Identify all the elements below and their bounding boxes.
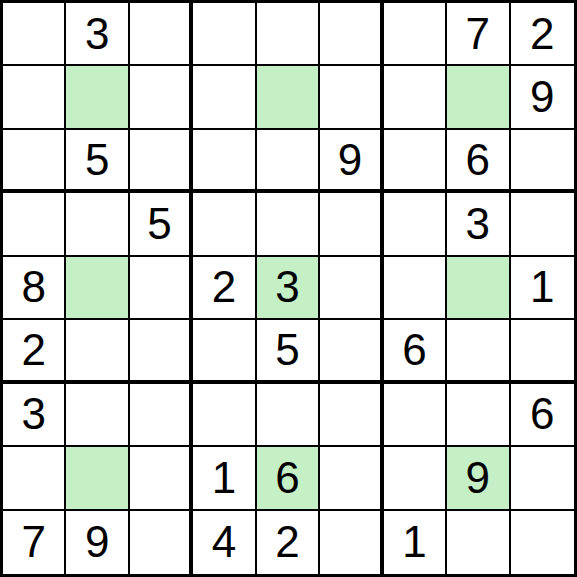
cell-r5c3[interactable] [130,257,193,320]
cell-r6c9[interactable] [511,320,574,383]
cell-r6c5[interactable]: 5 [257,320,320,383]
cell-r7c5[interactable] [257,384,320,447]
cell-r7c7[interactable] [384,384,447,447]
cell-r3c4[interactable] [193,130,256,193]
cell-r2c4[interactable] [193,66,256,129]
cell-r4c5[interactable] [257,193,320,256]
cell-r7c1[interactable]: 3 [3,384,66,447]
cell-r2c3[interactable] [130,66,193,129]
cell-r2c5[interactable] [257,66,320,129]
cell-r1c4[interactable] [193,3,256,66]
cell-r4c6[interactable] [320,193,383,256]
cell-r1c5[interactable] [257,3,320,66]
cell-r5c6[interactable] [320,257,383,320]
cell-r5c7[interactable] [384,257,447,320]
cell-r5c5[interactable]: 3 [257,257,320,320]
cell-r5c1[interactable]: 8 [3,257,66,320]
cell-r7c3[interactable] [130,384,193,447]
cell-r7c9[interactable]: 6 [511,384,574,447]
cell-r4c2[interactable] [66,193,129,256]
cell-r4c8[interactable]: 3 [447,193,510,256]
cell-r7c2[interactable] [66,384,129,447]
sudoku-page: 37295965382312563616979421 [0,0,577,577]
cell-r9c8[interactable] [447,511,510,574]
cell-r7c4[interactable] [193,384,256,447]
cell-r5c9[interactable]: 1 [511,257,574,320]
cell-r3c3[interactable] [130,130,193,193]
cell-r2c8[interactable] [447,66,510,129]
cell-r3c7[interactable] [384,130,447,193]
cell-r3c2[interactable]: 5 [66,130,129,193]
cell-r3c5[interactable] [257,130,320,193]
cell-r5c8[interactable] [447,257,510,320]
cell-r5c4[interactable]: 2 [193,257,256,320]
cell-r8c6[interactable] [320,447,383,510]
cell-r8c7[interactable] [384,447,447,510]
cell-r7c6[interactable] [320,384,383,447]
cell-r3c6[interactable]: 9 [320,130,383,193]
cell-r3c1[interactable] [3,130,66,193]
cell-r2c9[interactable]: 9 [511,66,574,129]
cell-r4c9[interactable] [511,193,574,256]
cell-r8c4[interactable]: 1 [193,447,256,510]
cell-r9c5[interactable]: 2 [257,511,320,574]
cell-r4c7[interactable] [384,193,447,256]
cell-r6c4[interactable] [193,320,256,383]
cell-r2c2[interactable] [66,66,129,129]
cell-r8c3[interactable] [130,447,193,510]
cell-r6c2[interactable] [66,320,129,383]
cell-r1c2[interactable]: 3 [66,3,129,66]
cell-r8c5[interactable]: 6 [257,447,320,510]
cell-r8c9[interactable] [511,447,574,510]
cell-r5c2[interactable] [66,257,129,320]
cell-r6c7[interactable]: 6 [384,320,447,383]
cell-r8c2[interactable] [66,447,129,510]
cell-r1c9[interactable]: 2 [511,3,574,66]
cell-r9c7[interactable]: 1 [384,511,447,574]
sudoku-board: 37295965382312563616979421 [0,0,577,577]
cell-r7c8[interactable] [447,384,510,447]
cell-r9c4[interactable]: 4 [193,511,256,574]
cell-r9c6[interactable] [320,511,383,574]
cell-r9c1[interactable]: 7 [3,511,66,574]
cell-r8c8[interactable]: 9 [447,447,510,510]
cell-r2c7[interactable] [384,66,447,129]
cell-r3c9[interactable] [511,130,574,193]
cell-r1c7[interactable] [384,3,447,66]
cell-r6c8[interactable] [447,320,510,383]
cell-r6c3[interactable] [130,320,193,383]
cell-r1c1[interactable] [3,3,66,66]
cell-r6c6[interactable] [320,320,383,383]
cell-r9c2[interactable]: 9 [66,511,129,574]
cell-r1c3[interactable] [130,3,193,66]
cell-r2c1[interactable] [3,66,66,129]
cell-r1c6[interactable] [320,3,383,66]
cell-r9c9[interactable] [511,511,574,574]
cell-r1c8[interactable]: 7 [447,3,510,66]
cell-r8c1[interactable] [3,447,66,510]
cell-r9c3[interactable] [130,511,193,574]
cell-r4c1[interactable] [3,193,66,256]
cell-r2c6[interactable] [320,66,383,129]
cell-r4c4[interactable] [193,193,256,256]
cell-r4c3[interactable]: 5 [130,193,193,256]
cell-r6c1[interactable]: 2 [3,320,66,383]
cell-r3c8[interactable]: 6 [447,130,510,193]
